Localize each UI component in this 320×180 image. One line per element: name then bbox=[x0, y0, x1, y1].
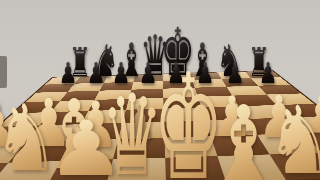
chess-photo-scene: ♜♞♝♛♚♝♞♜♟♟♟♟♟♟♟♟♟♟♟♟♟♟♟♝♟♜♞♛♚♝♞♜ bbox=[0, 0, 320, 180]
pieces-layer: ♜♞♝♛♚♝♞♜♟♟♟♟♟♟♟♟♟♟♟♟♟♟♟♝♟♜♞♛♚♝♞♜ bbox=[0, 0, 320, 180]
